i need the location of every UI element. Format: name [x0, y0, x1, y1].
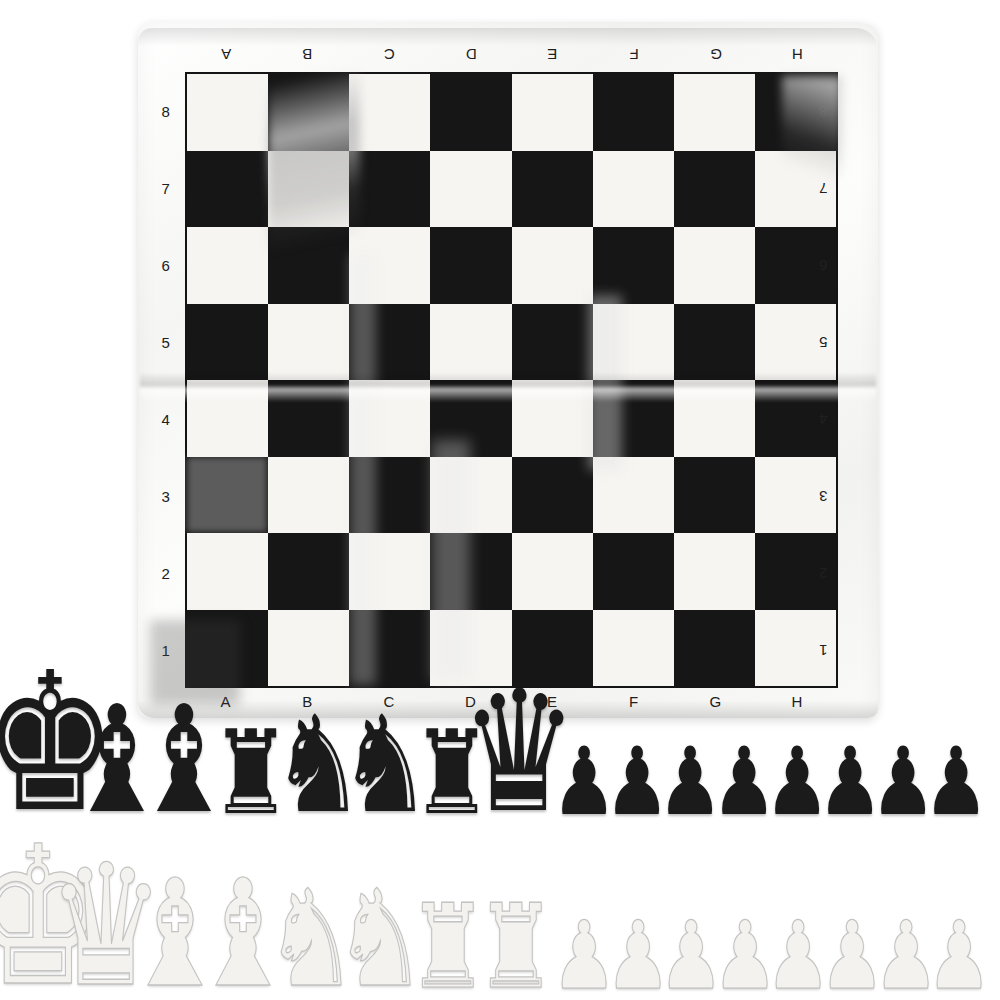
square-g3 — [674, 457, 755, 534]
square-f5 — [593, 304, 674, 381]
file-label-top-a: A — [221, 46, 232, 63]
square-c5 — [349, 304, 430, 381]
white-rook-piece: ♜ — [476, 902, 557, 992]
square-b6 — [268, 227, 349, 304]
square-e6 — [512, 227, 593, 304]
rank-label-left-5: 5 — [162, 333, 171, 350]
file-label-top-g: G — [709, 46, 721, 63]
file-label-top-b: B — [302, 46, 313, 63]
square-b4 — [268, 380, 349, 457]
square-f1 — [593, 610, 674, 687]
square-f4 — [593, 380, 674, 457]
rank-label-left-4: 4 — [162, 410, 171, 427]
rank-label-right-1: 1 — [819, 641, 828, 658]
square-g7 — [674, 151, 755, 228]
square-a8 — [187, 74, 268, 151]
square-c3 — [349, 457, 430, 534]
square-a2 — [187, 533, 268, 610]
rank-label-right-6: 6 — [819, 256, 828, 273]
square-c8 — [349, 74, 430, 151]
square-g4 — [674, 380, 755, 457]
square-b3 — [268, 457, 349, 534]
rank-label-left-1: 1 — [162, 641, 171, 658]
square-b5 — [268, 304, 349, 381]
square-c1 — [349, 610, 430, 687]
square-b1 — [268, 610, 349, 687]
square-g6 — [674, 227, 755, 304]
white-pawn-piece: ♟ — [926, 919, 992, 992]
square-e5 — [512, 304, 593, 381]
square-g2 — [674, 533, 755, 610]
square-d4 — [430, 380, 511, 457]
square-d6 — [430, 227, 511, 304]
square-c2 — [349, 533, 430, 610]
file-label-top-c: C — [383, 46, 394, 63]
chessboard-grid — [185, 72, 838, 688]
black-pawn-piece: ♟ — [924, 745, 990, 818]
square-g1 — [674, 610, 755, 687]
square-f3 — [593, 457, 674, 534]
square-f7 — [593, 151, 674, 228]
rank-label-left-8: 8 — [162, 102, 171, 119]
rank-label-left-6: 6 — [162, 256, 171, 273]
square-g5 — [674, 304, 755, 381]
square-b2 — [268, 533, 349, 610]
square-c6 — [349, 227, 430, 304]
square-e2 — [512, 533, 593, 610]
rank-label-right-7: 7 — [819, 179, 828, 196]
rank-label-right-5: 5 — [819, 333, 828, 350]
square-e3 — [512, 457, 593, 534]
file-label-top-d: D — [465, 46, 476, 63]
file-label-bottom-f: F — [629, 693, 639, 710]
square-a3 — [187, 457, 268, 534]
rank-label-right-2: 2 — [819, 564, 828, 581]
file-label-top-h: H — [792, 46, 803, 63]
square-e4 — [512, 380, 593, 457]
rank-label-left-7: 7 — [162, 179, 171, 196]
square-d2 — [430, 533, 511, 610]
square-a5 — [187, 304, 268, 381]
square-g8 — [674, 74, 755, 151]
rank-label-right-3: 3 — [819, 487, 828, 504]
rank-label-right-8: 8 — [819, 102, 828, 119]
square-c7 — [349, 151, 430, 228]
square-e8 — [512, 74, 593, 151]
square-d3 — [430, 457, 511, 534]
square-c4 — [349, 380, 430, 457]
square-e7 — [512, 151, 593, 228]
square-a7 — [187, 151, 268, 228]
square-f2 — [593, 533, 674, 610]
square-b7 — [268, 151, 349, 228]
rank-label-right-4: 4 — [819, 410, 828, 427]
rank-label-left-3: 3 — [162, 487, 171, 504]
square-f8 — [593, 74, 674, 151]
file-label-bottom-h: H — [792, 693, 803, 710]
rank-label-left-2: 2 — [162, 564, 171, 581]
square-b8 — [268, 74, 349, 151]
square-a6 — [187, 227, 268, 304]
square-d7 — [430, 151, 511, 228]
square-f6 — [593, 227, 674, 304]
file-label-top-e: E — [547, 46, 558, 63]
square-a4 — [187, 380, 268, 457]
file-label-bottom-g: G — [709, 693, 721, 710]
chess-set-photo: AABBCCDDEEFFGGHH8877665544332211 ♚♝♝♜♞♞♜… — [0, 0, 1000, 1000]
file-label-top-f: F — [629, 46, 639, 63]
square-d5 — [430, 304, 511, 381]
square-d8 — [430, 74, 511, 151]
